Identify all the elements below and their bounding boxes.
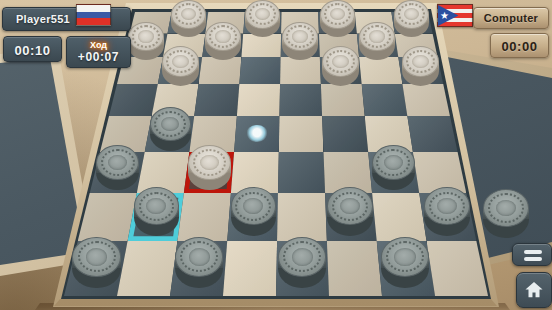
player-main-timer-value: 00:10 — [4, 43, 61, 58]
checker-top — [372, 145, 415, 180]
square-r5c6[interactable] — [322, 116, 368, 152]
square-r3c3[interactable] — [199, 57, 242, 84]
checker-gray[interactable] — [372, 145, 415, 191]
checker-white[interactable] — [320, 0, 355, 37]
russia-flag-icon — [76, 4, 111, 26]
square-r4c4[interactable] — [237, 84, 280, 116]
checker-white[interactable] — [171, 0, 206, 37]
menu-button[interactable] — [512, 243, 552, 266]
square-r8c2[interactable] — [117, 241, 177, 296]
game-screen: Player551 00:10 Ход +00:07 ★ Computer 00… — [0, 0, 552, 310]
checker-gray[interactable] — [327, 187, 373, 235]
square-r8c4[interactable] — [223, 241, 277, 296]
player-name: Player551 — [3, 13, 83, 25]
square-r3c5[interactable] — [280, 57, 321, 84]
checker-top — [175, 237, 223, 277]
flag-star-icon: ★ — [440, 10, 449, 20]
square-r3c7[interactable] — [359, 57, 402, 84]
checker-gray[interactable] — [72, 237, 120, 288]
checker-gray[interactable] — [175, 237, 223, 288]
square-r4c8[interactable] — [402, 84, 450, 116]
square-r5c5[interactable] — [279, 116, 324, 152]
checker-gray[interactable] — [483, 189, 529, 238]
checker-gray[interactable] — [381, 237, 429, 288]
checker-white[interactable] — [282, 22, 318, 60]
checker-white[interactable] — [128, 22, 164, 60]
checker-white[interactable] — [162, 46, 200, 86]
square-r3c4[interactable] — [239, 57, 280, 84]
checker-white[interactable] — [205, 22, 241, 60]
computer-panel: Computer — [473, 7, 549, 29]
square-r8c8[interactable] — [427, 241, 488, 296]
checker-white[interactable] — [394, 0, 429, 37]
square-r4c3[interactable] — [194, 84, 239, 116]
player-main-timer: 00:10 — [3, 36, 62, 62]
checker-top — [72, 237, 120, 277]
player-panel: Player551 — [2, 7, 131, 31]
square-r8c6[interactable] — [327, 241, 382, 296]
checker-gray[interactable] — [96, 145, 139, 191]
square-r6c5[interactable] — [278, 152, 325, 193]
checker-top — [150, 107, 191, 141]
computer-timer: 00:00 — [490, 33, 549, 58]
menu-icon — [524, 257, 542, 261]
square-r7c3[interactable] — [177, 193, 231, 241]
checker-top — [188, 145, 231, 180]
checker-top — [245, 0, 280, 29]
puerto-rico-flag-icon: ★ — [437, 4, 473, 27]
checker-top — [320, 0, 355, 29]
checker-top — [231, 187, 277, 224]
checker-top — [128, 22, 164, 52]
square-r4c5[interactable] — [279, 84, 322, 116]
checker-top — [134, 187, 180, 224]
checker-white[interactable] — [402, 46, 440, 86]
checker-white[interactable] — [245, 0, 280, 37]
square-r7c5[interactable] — [277, 193, 327, 241]
checker-white[interactable] — [322, 46, 360, 86]
move-label: Ход — [67, 40, 130, 50]
checker-top — [278, 237, 326, 277]
square-r5c8[interactable] — [407, 116, 457, 152]
checker-top — [322, 46, 360, 77]
checker-gray[interactable] — [150, 107, 191, 151]
checker-gray[interactable] — [134, 187, 180, 235]
home-button[interactable] — [516, 272, 552, 308]
square-r7c7[interactable] — [372, 193, 426, 241]
checker-top — [424, 187, 470, 224]
checker-top — [327, 187, 373, 224]
computer-name: Computer — [474, 12, 548, 24]
menu-icon — [524, 250, 542, 254]
player-move-timer: Ход +00:07 — [66, 36, 131, 68]
checker-top — [96, 145, 139, 180]
checker-top — [171, 0, 206, 29]
home-icon — [523, 279, 545, 301]
checker-top — [381, 237, 429, 277]
checker-top — [394, 0, 429, 29]
checker-gray[interactable] — [424, 187, 470, 235]
checker-gray[interactable] — [278, 237, 326, 288]
square-r7c1[interactable] — [78, 193, 137, 241]
checker-gray[interactable] — [231, 187, 277, 235]
computer-timer-value: 00:00 — [491, 39, 548, 54]
checker-white[interactable] — [188, 145, 231, 191]
player-move-timer-value: +00:07 — [67, 50, 130, 64]
checker-top — [402, 46, 440, 77]
checker-top — [483, 189, 529, 227]
square-r4c6[interactable] — [321, 84, 365, 116]
checker-top — [162, 46, 200, 77]
square-r4c7[interactable] — [362, 84, 408, 116]
checker-white[interactable] — [359, 22, 395, 60]
